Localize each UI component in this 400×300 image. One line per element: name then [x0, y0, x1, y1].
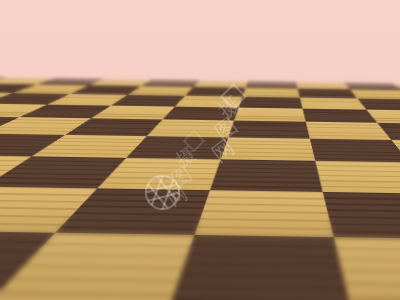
board-square — [194, 190, 333, 237]
board-square — [169, 235, 352, 300]
board-square — [234, 107, 305, 121]
photo-stage: 摄 图 网 摄 图 网 — [0, 0, 400, 300]
board-square — [210, 159, 323, 191]
board-square — [323, 192, 400, 240]
board-square — [163, 106, 239, 120]
board-square — [302, 108, 377, 122]
chessboard — [0, 75, 400, 300]
board-square — [221, 137, 315, 161]
scene — [0, 0, 400, 300]
camera-tilt-wrapper — [0, 0, 400, 300]
board-square — [315, 161, 400, 194]
board-square — [228, 120, 309, 138]
board-square — [147, 119, 234, 137]
board-square — [310, 138, 400, 162]
